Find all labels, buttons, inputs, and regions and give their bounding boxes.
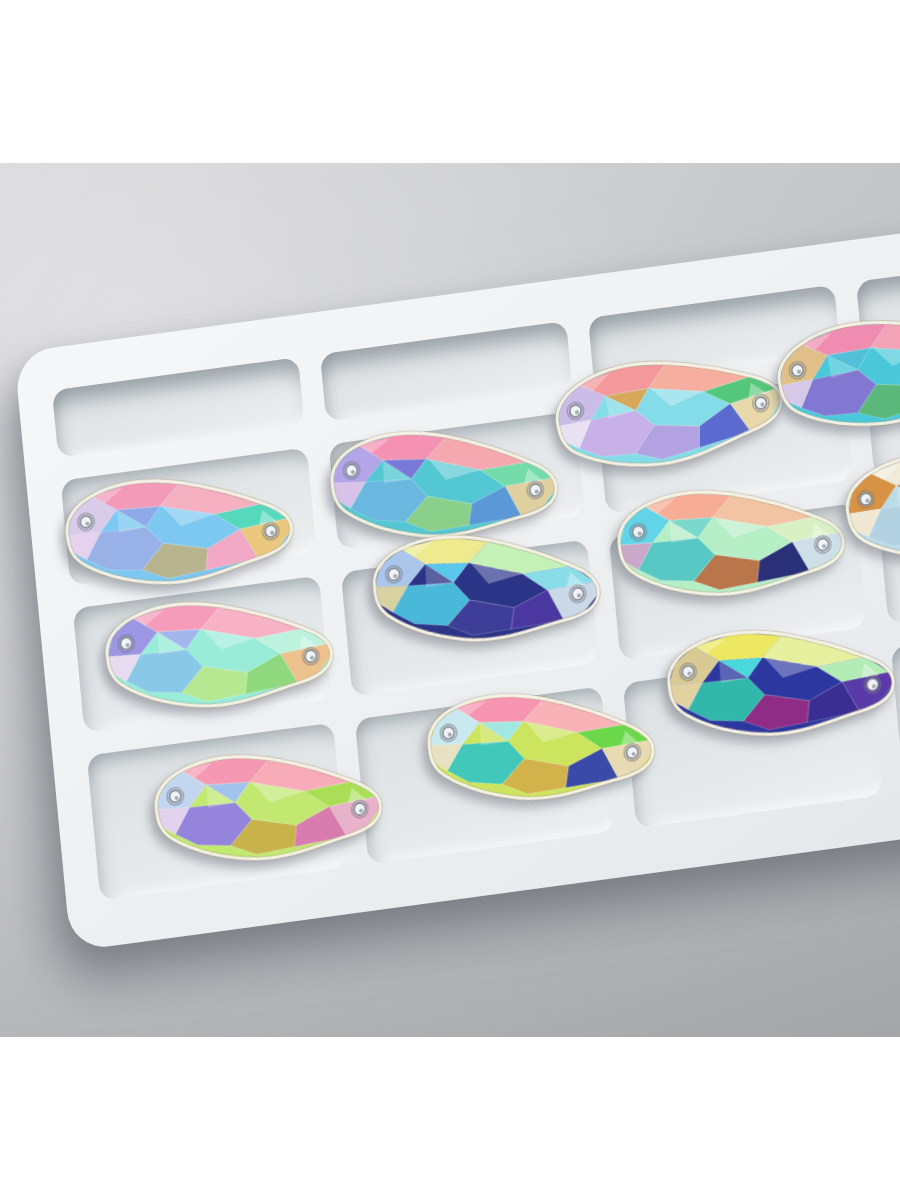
tray-compartment bbox=[320, 321, 572, 421]
rhinestone-D bbox=[769, 309, 900, 429]
rhinestone-E bbox=[604, 473, 852, 607]
rhinestone-K bbox=[835, 443, 900, 560]
rhinestone-C bbox=[547, 350, 785, 470]
rhinestone-I bbox=[141, 738, 389, 872]
sew-hole bbox=[755, 397, 767, 409]
rhinestone bbox=[358, 515, 608, 658]
tray-compartment bbox=[341, 539, 599, 696]
photo-backdrop bbox=[0, 163, 900, 1037]
sew-hole bbox=[529, 483, 542, 496]
sew-hole bbox=[304, 650, 317, 663]
sew-hole bbox=[866, 678, 879, 691]
sew-hole bbox=[169, 790, 182, 803]
rhinestone bbox=[654, 613, 900, 747]
rhinestone bbox=[92, 585, 340, 719]
sew-hole bbox=[792, 364, 804, 376]
sew-hole bbox=[570, 405, 582, 417]
rhinestone-F bbox=[654, 613, 900, 747]
sew-hole bbox=[387, 568, 400, 581]
product-photo bbox=[0, 0, 900, 1200]
rhinestone bbox=[604, 473, 852, 607]
rhinestone bbox=[141, 738, 389, 872]
sew-hole bbox=[120, 637, 133, 650]
sew-hole bbox=[682, 665, 695, 678]
tray-compartment bbox=[355, 686, 615, 864]
rhinestone bbox=[835, 443, 900, 560]
sew-hole bbox=[442, 726, 455, 739]
sew-hole bbox=[626, 746, 639, 759]
rhinestone-J bbox=[358, 515, 608, 658]
rhinestone bbox=[53, 464, 299, 594]
tray-compartment bbox=[623, 650, 883, 828]
sew-hole bbox=[816, 538, 829, 551]
sew-hole bbox=[345, 464, 358, 477]
sew-hole bbox=[571, 587, 584, 600]
sew-hole bbox=[632, 525, 645, 538]
sew-hole bbox=[80, 515, 92, 528]
rhinestone-A bbox=[53, 464, 299, 594]
rhinestone bbox=[769, 309, 900, 429]
tray-compartment bbox=[61, 448, 317, 586]
tray-compartment bbox=[52, 357, 304, 457]
tray-compartment bbox=[877, 471, 900, 624]
tray-compartment bbox=[73, 576, 331, 733]
letterbox-bottom bbox=[0, 1037, 900, 1200]
sew-hole bbox=[353, 803, 366, 816]
sew-hole bbox=[860, 493, 872, 505]
rhinestone-H bbox=[92, 585, 340, 719]
rhinestone bbox=[547, 350, 785, 470]
tray-compartment bbox=[87, 723, 347, 901]
letterbox-top bbox=[0, 0, 900, 163]
sew-hole bbox=[265, 525, 277, 538]
